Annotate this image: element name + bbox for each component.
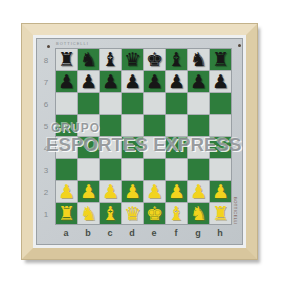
square-f6 bbox=[166, 93, 187, 114]
yellow-pawn: ♟ bbox=[102, 181, 119, 202]
yellow-knight: ♞ bbox=[190, 203, 207, 224]
square-g6 bbox=[188, 93, 209, 114]
black-pawn: ♟ bbox=[124, 71, 141, 92]
square-d4 bbox=[122, 137, 143, 158]
square-b7: ♟ bbox=[78, 71, 99, 92]
brand-text-side: BOTTICELLI bbox=[233, 197, 238, 225]
screw-icon-left bbox=[47, 45, 50, 48]
square-a1: ♜ bbox=[56, 203, 77, 224]
black-knight: ♞ bbox=[190, 49, 207, 70]
square-b3 bbox=[78, 159, 99, 180]
yellow-king: ♚ bbox=[146, 203, 163, 224]
yellow-pawn: ♟ bbox=[58, 181, 75, 202]
square-h5 bbox=[210, 115, 231, 136]
square-h2: ♟ bbox=[210, 181, 231, 202]
square-a4 bbox=[56, 137, 77, 158]
file-label-d: d bbox=[121, 227, 143, 239]
product-photo: BOTTICELLI 87654321 ♜♞♝♛♚♝♞♜♟♟♟♟♟♟♟♟♟♟♟♟… bbox=[0, 0, 290, 290]
rank-label-5: 5 bbox=[37, 115, 55, 137]
square-f4 bbox=[166, 137, 187, 158]
square-f3 bbox=[166, 159, 187, 180]
square-h3 bbox=[210, 159, 231, 180]
yellow-queen: ♛ bbox=[124, 203, 141, 224]
square-f2: ♟ bbox=[166, 181, 187, 202]
yellow-pawn: ♟ bbox=[212, 181, 229, 202]
rank-label-3: 3 bbox=[37, 159, 55, 181]
file-label-a: a bbox=[55, 227, 77, 239]
black-pawn: ♟ bbox=[168, 71, 185, 92]
screw-icon-right bbox=[238, 44, 241, 47]
square-g7: ♟ bbox=[188, 71, 209, 92]
square-e7: ♟ bbox=[144, 71, 165, 92]
black-knight: ♞ bbox=[80, 49, 97, 70]
square-b1: ♞ bbox=[78, 203, 99, 224]
square-d8: ♛ bbox=[122, 49, 143, 70]
square-f5 bbox=[166, 115, 187, 136]
square-g8: ♞ bbox=[188, 49, 209, 70]
black-bishop: ♝ bbox=[102, 49, 119, 70]
file-label-b: b bbox=[77, 227, 99, 239]
square-c3 bbox=[100, 159, 121, 180]
black-queen: ♛ bbox=[124, 49, 141, 70]
square-g5 bbox=[188, 115, 209, 136]
square-d6 bbox=[122, 93, 143, 114]
square-a2: ♟ bbox=[56, 181, 77, 202]
yellow-pawn: ♟ bbox=[168, 181, 185, 202]
square-b6 bbox=[78, 93, 99, 114]
black-pawn: ♟ bbox=[146, 71, 163, 92]
yellow-pawn: ♟ bbox=[146, 181, 163, 202]
yellow-rook: ♜ bbox=[212, 203, 229, 224]
black-rook: ♜ bbox=[212, 49, 229, 70]
square-f7: ♟ bbox=[166, 71, 187, 92]
square-b4 bbox=[78, 137, 99, 158]
square-f1: ♝ bbox=[166, 203, 187, 224]
rank-label-8: 8 bbox=[37, 49, 55, 71]
square-a8: ♜ bbox=[56, 49, 77, 70]
square-c6 bbox=[100, 93, 121, 114]
square-e5 bbox=[144, 115, 165, 136]
square-a5 bbox=[56, 115, 77, 136]
rank-label-6: 6 bbox=[37, 93, 55, 115]
square-e3 bbox=[144, 159, 165, 180]
black-bishop: ♝ bbox=[168, 49, 185, 70]
rank-label-2: 2 bbox=[37, 181, 55, 203]
square-g4 bbox=[188, 137, 209, 158]
inner-mat: BOTTICELLI 87654321 ♜♞♝♛♚♝♞♜♟♟♟♟♟♟♟♟♟♟♟♟… bbox=[33, 35, 246, 248]
square-a6 bbox=[56, 93, 77, 114]
square-c5 bbox=[100, 115, 121, 136]
black-pawn: ♟ bbox=[80, 71, 97, 92]
square-h7: ♟ bbox=[210, 71, 231, 92]
square-b8: ♞ bbox=[78, 49, 99, 70]
square-g2: ♟ bbox=[188, 181, 209, 202]
chess-board: ♜♞♝♛♚♝♞♜♟♟♟♟♟♟♟♟♟♟♟♟♟♟♟♟♜♞♝♛♚♝♞♜ bbox=[55, 48, 232, 225]
black-pawn: ♟ bbox=[102, 71, 119, 92]
file-label-f: f bbox=[165, 227, 187, 239]
square-d7: ♟ bbox=[122, 71, 143, 92]
file-label-h: h bbox=[209, 227, 231, 239]
yellow-rook: ♜ bbox=[58, 203, 75, 224]
square-c2: ♟ bbox=[100, 181, 121, 202]
square-b2: ♟ bbox=[78, 181, 99, 202]
square-b5 bbox=[78, 115, 99, 136]
square-d5 bbox=[122, 115, 143, 136]
black-rook: ♜ bbox=[58, 49, 75, 70]
black-pawn: ♟ bbox=[58, 71, 75, 92]
black-pawn: ♟ bbox=[190, 71, 207, 92]
yellow-pawn: ♟ bbox=[190, 181, 207, 202]
yellow-bishop: ♝ bbox=[168, 203, 185, 224]
square-e2: ♟ bbox=[144, 181, 165, 202]
square-c4 bbox=[100, 137, 121, 158]
yellow-knight: ♞ bbox=[80, 203, 97, 224]
black-king: ♚ bbox=[146, 49, 163, 70]
rank-label-4: 4 bbox=[37, 137, 55, 159]
square-a3 bbox=[56, 159, 77, 180]
file-labels: abcdefgh bbox=[55, 227, 231, 239]
square-h6 bbox=[210, 93, 231, 114]
square-e1: ♚ bbox=[144, 203, 165, 224]
yellow-pawn: ♟ bbox=[80, 181, 97, 202]
square-e8: ♚ bbox=[144, 49, 165, 70]
square-h4 bbox=[210, 137, 231, 158]
rank-label-7: 7 bbox=[37, 71, 55, 93]
rank-labels: 87654321 bbox=[37, 49, 55, 225]
black-pawn: ♟ bbox=[212, 71, 229, 92]
square-d1: ♛ bbox=[122, 203, 143, 224]
square-c1: ♝ bbox=[100, 203, 121, 224]
yellow-bishop: ♝ bbox=[102, 203, 119, 224]
yellow-pawn: ♟ bbox=[124, 181, 141, 202]
square-c8: ♝ bbox=[100, 49, 121, 70]
file-label-e: e bbox=[143, 227, 165, 239]
file-label-c: c bbox=[99, 227, 121, 239]
square-a7: ♟ bbox=[56, 71, 77, 92]
file-label-g: g bbox=[187, 227, 209, 239]
square-f8: ♝ bbox=[166, 49, 187, 70]
square-c7: ♟ bbox=[100, 71, 121, 92]
wooden-frame: BOTTICELLI 87654321 ♜♞♝♛♚♝♞♜♟♟♟♟♟♟♟♟♟♟♟♟… bbox=[22, 24, 257, 259]
square-d3 bbox=[122, 159, 143, 180]
rank-label-1: 1 bbox=[37, 203, 55, 225]
square-g1: ♞ bbox=[188, 203, 209, 224]
square-h1: ♜ bbox=[210, 203, 231, 224]
square-h8: ♜ bbox=[210, 49, 231, 70]
square-d2: ♟ bbox=[122, 181, 143, 202]
brand-text-top: BOTTICELLI bbox=[56, 42, 89, 46]
square-g3 bbox=[188, 159, 209, 180]
square-e6 bbox=[144, 93, 165, 114]
board-panel: BOTTICELLI 87654321 ♜♞♝♛♚♝♞♜♟♟♟♟♟♟♟♟♟♟♟♟… bbox=[36, 38, 243, 245]
square-e4 bbox=[144, 137, 165, 158]
